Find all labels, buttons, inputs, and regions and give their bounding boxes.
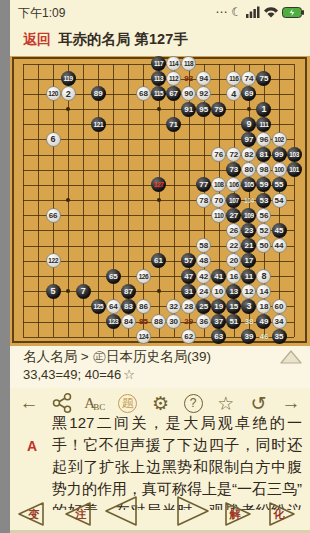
stone-7: 7: [76, 284, 91, 299]
stone-10: 10: [211, 284, 226, 299]
stone-119: 119: [61, 71, 76, 86]
stone-32: 32: [166, 299, 181, 314]
svg-text:化: 化: [273, 508, 286, 520]
battery-icon: [282, 7, 304, 18]
stone-103: 103: [287, 147, 302, 162]
stone-54: 54: [272, 193, 287, 208]
stone-100: 100: [272, 162, 287, 177]
stone-121: 121: [91, 117, 106, 132]
stone-53: 53: [256, 193, 271, 208]
stone-64: 64: [106, 299, 121, 314]
stone-83: 83: [121, 299, 136, 314]
stone-99: 99: [272, 147, 287, 162]
stone-78: 78: [196, 193, 211, 208]
stone-5: 5: [46, 284, 61, 299]
stone-12: 12: [241, 284, 256, 299]
stone-95: 95: [196, 102, 211, 117]
stone-71: 71: [166, 117, 181, 132]
stone-120: 120: [46, 86, 61, 101]
stone-102: 102: [272, 132, 287, 147]
nav-注-button[interactable]: 注: [61, 500, 95, 528]
same-point-note: 33,43=49; 40=46☆: [23, 367, 135, 382]
title-bar: 返回 耳赤的名局 第127手: [10, 24, 310, 56]
go-board[interactable]: 1171141181191131129411674751202896811567…: [10, 56, 310, 346]
captured-label-93: 93: [181, 73, 197, 85]
stone-41: 41: [211, 269, 226, 284]
collapse-board-button[interactable]: [280, 350, 302, 368]
wifi-icon: [264, 7, 278, 18]
captured-label-29: 29: [181, 316, 197, 328]
stone-34: 34: [272, 314, 287, 329]
go-app-screen: 下午1:09 ⋯ ☾ 返回 耳赤的名局 第127手 11711411811911…: [10, 0, 310, 533]
stone-125: 125: [91, 299, 106, 314]
star-point: [157, 107, 161, 111]
signal-icon: [246, 6, 260, 18]
svg-text:注: 注: [75, 508, 87, 520]
back-button[interactable]: 返回: [23, 31, 51, 49]
stone-123: 123: [106, 314, 121, 329]
stone-65: 65: [106, 269, 121, 284]
stone-45: 45: [272, 223, 287, 238]
stone-87: 87: [121, 284, 136, 299]
page-title: 耳赤的名局 第127手: [58, 30, 188, 49]
nav-next-button[interactable]: [173, 494, 213, 528]
grid-line-v: [174, 64, 175, 337]
stone-55: 55: [272, 177, 287, 192]
stone-70: 70: [211, 193, 226, 208]
stone-25: 25: [196, 299, 211, 314]
stone-35: 35: [272, 329, 287, 344]
stone-117: 117: [151, 56, 166, 71]
stone-2: 2: [61, 86, 76, 101]
stone-86: 86: [136, 299, 151, 314]
stone-110: 110: [211, 208, 226, 223]
stone-122: 122: [46, 253, 61, 268]
caption-panel: 名人名局 > ㊣日本历史名局(39) 33,43=49; 40=46☆: [10, 346, 310, 388]
stone-1: 1: [256, 102, 271, 117]
grid-line-v: [294, 64, 295, 337]
stone-126: 126: [136, 269, 151, 284]
more-dots-icon: ⋯: [215, 4, 227, 20]
captured-label-38: 38: [241, 316, 257, 328]
stone-101: 101: [287, 162, 302, 177]
stone-8: 8: [256, 269, 271, 284]
captured-label-104: 104: [241, 194, 257, 206]
stone-6: 6: [46, 132, 61, 147]
captured-label-85: 85: [135, 316, 151, 328]
stone-107: 107: [226, 193, 241, 208]
breadcrumb[interactable]: 名人名局 > ㊣日本历史名局(39): [23, 348, 211, 366]
stone-60: 60: [272, 299, 287, 314]
stone-16: 16: [226, 269, 241, 284]
stone-91: 91: [181, 102, 196, 117]
stone-79: 79: [211, 102, 226, 117]
svg-text:解: 解: [229, 508, 242, 520]
favorite-star-icon[interactable]: ☆: [123, 367, 135, 382]
stone-24: 24: [196, 284, 211, 299]
stone-11: 11: [241, 269, 256, 284]
stone-114: 114: [166, 56, 181, 71]
svg-text:变: 变: [28, 508, 40, 520]
stone-13: 13: [226, 284, 241, 299]
stone-31: 31: [181, 284, 196, 299]
nav-化-button[interactable]: 化: [265, 500, 299, 528]
star-point: [247, 107, 251, 111]
clock-time: 下午1:09: [18, 5, 65, 22]
status-icons: ⋯ ☾: [215, 4, 304, 20]
stone-42: 42: [196, 269, 211, 284]
star-point: [157, 289, 161, 293]
annotation-marker: A: [27, 438, 37, 454]
status-bar: 下午1:09 ⋯ ☾: [10, 0, 310, 24]
nav-解-button[interactable]: 解: [221, 500, 255, 528]
stone-44: 44: [272, 238, 287, 253]
up-triangle-icon: [280, 350, 302, 364]
bottom-nav: 变 注 解 化: [10, 490, 310, 530]
stone-88: 88: [151, 314, 166, 329]
stone-47: 47: [181, 269, 196, 284]
stone-84: 84: [121, 314, 136, 329]
star-point: [157, 198, 161, 202]
nav-prev-button[interactable]: [101, 494, 141, 528]
stone-66: 66: [46, 208, 61, 223]
nav-变-button[interactable]: 变: [14, 500, 48, 528]
stone-28: 28: [181, 299, 196, 314]
captured-label-46: 46: [256, 331, 272, 343]
night-mode-icon: ☾: [231, 4, 242, 20]
